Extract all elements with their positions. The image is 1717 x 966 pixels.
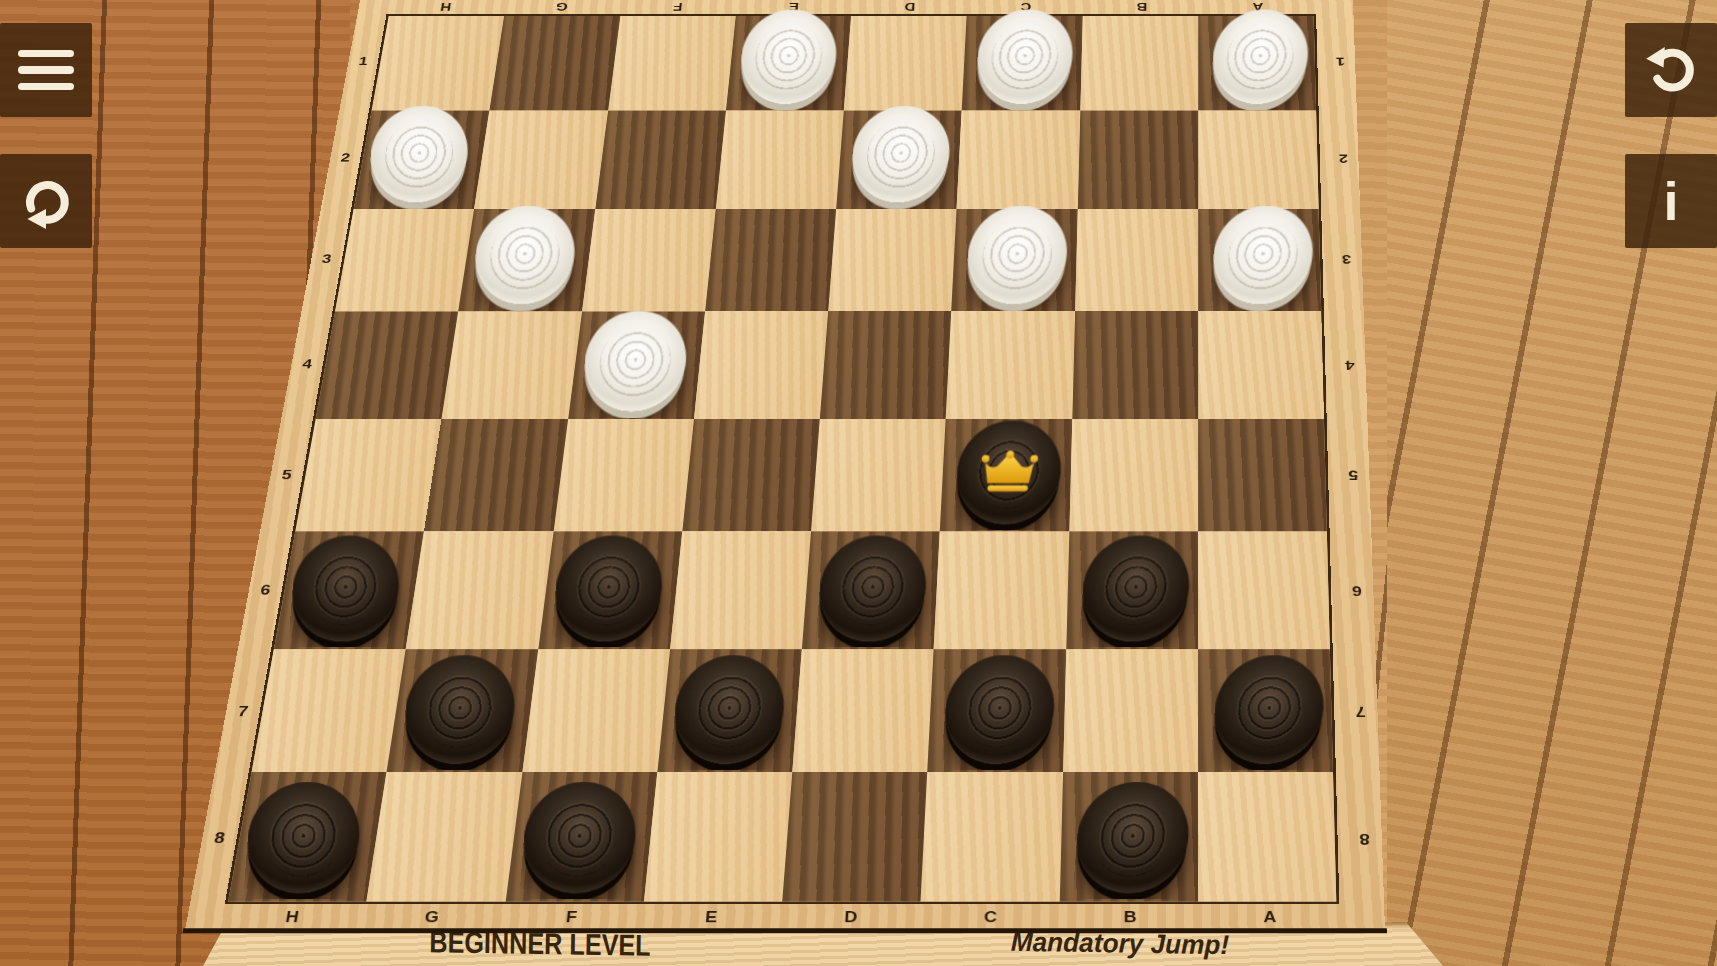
row-label-right-5: 5 (1336, 419, 1372, 532)
square-E8[interactable] (644, 772, 793, 901)
board-grid (225, 14, 1340, 904)
restart-button[interactable] (0, 154, 92, 248)
square-D6[interactable] (802, 531, 940, 649)
square-C7[interactable] (927, 649, 1065, 772)
square-H2[interactable] (354, 110, 490, 208)
square-F7[interactable] (522, 649, 670, 772)
square-A5[interactable] (1198, 419, 1327, 531)
col-label-bottom-B: B (1060, 904, 1200, 930)
menu-button[interactable] (0, 23, 92, 117)
square-A3[interactable] (1198, 209, 1321, 312)
square-F1[interactable] (608, 16, 736, 110)
square-B3[interactable] (1075, 209, 1198, 312)
white-checker[interactable] (471, 206, 578, 305)
square-C2[interactable] (957, 110, 1080, 208)
square-E4[interactable] (694, 312, 828, 419)
black-checker[interactable] (552, 535, 666, 641)
white-checker[interactable] (1210, 206, 1317, 305)
checkers-board: HGFEDCBA HGFEDCBA 12345678 12345678 (185, 0, 1385, 930)
column-labels-top: HGFEDCBA (387, 0, 1317, 14)
square-G5[interactable] (424, 419, 567, 531)
undo-button[interactable] (1625, 23, 1717, 117)
black-king-checker[interactable] (953, 420, 1065, 524)
checkers-app-screen: BEGINNER LEVEL Mandatory Jump! HGFEDCBA … (0, 0, 1717, 966)
square-H6[interactable] (274, 531, 424, 649)
square-F2[interactable] (595, 110, 726, 208)
row-label-right-1: 1 (1324, 14, 1356, 109)
square-C4[interactable] (946, 312, 1075, 419)
square-H3[interactable] (335, 209, 474, 312)
square-C3[interactable] (951, 209, 1077, 312)
col-label-top-B: B (1084, 0, 1200, 14)
black-checker[interactable] (671, 655, 788, 764)
row-label-right-4: 4 (1333, 311, 1368, 419)
black-checker[interactable] (941, 655, 1058, 764)
info-icon: i (1663, 170, 1678, 232)
col-label-bottom-D: D (780, 904, 921, 930)
square-E6[interactable] (670, 531, 811, 649)
square-A1[interactable] (1198, 16, 1316, 110)
square-C8[interactable] (921, 772, 1063, 901)
square-G3[interactable] (458, 209, 595, 312)
col-label-top-F: F (619, 0, 737, 14)
row-label-right-3: 3 (1330, 208, 1364, 311)
row-label-right-7: 7 (1342, 650, 1379, 774)
row-label-right-8: 8 (1346, 774, 1384, 904)
black-checker[interactable] (1079, 535, 1193, 641)
col-label-top-A: A (1200, 0, 1316, 14)
black-checker[interactable] (520, 782, 640, 893)
white-checker[interactable] (848, 105, 952, 202)
black-checker[interactable] (288, 535, 402, 641)
column-labels-bottom: HGFEDCBA (220, 904, 1340, 930)
square-B2[interactable] (1077, 110, 1198, 208)
square-G8[interactable] (367, 772, 522, 901)
white-checker[interactable] (974, 9, 1076, 104)
square-H8[interactable] (228, 772, 387, 901)
crown-icon (977, 448, 1040, 494)
square-E3[interactable] (705, 209, 836, 312)
black-checker[interactable] (243, 782, 363, 893)
square-B1[interactable] (1080, 16, 1198, 110)
square-H4[interactable] (316, 312, 459, 419)
square-D5[interactable] (811, 419, 946, 531)
white-checker[interactable] (367, 105, 471, 202)
white-checker[interactable] (738, 9, 840, 104)
square-D4[interactable] (820, 312, 952, 419)
col-label-top-G: G (503, 0, 621, 14)
square-F6[interactable] (538, 531, 682, 649)
col-label-bottom-C: C (920, 904, 1061, 930)
black-checker[interactable] (815, 535, 929, 641)
square-G7[interactable] (387, 649, 538, 772)
square-A7[interactable] (1198, 649, 1333, 772)
square-C6[interactable] (934, 531, 1069, 649)
col-label-top-C: C (968, 0, 1085, 14)
undo-arrow-icon (1640, 39, 1702, 101)
square-A4[interactable] (1198, 312, 1324, 419)
board-perspective: HGFEDCBA HGFEDCBA 12345678 12345678 (185, 0, 1485, 930)
white-checker[interactable] (1210, 9, 1312, 104)
square-B5[interactable] (1069, 419, 1198, 531)
square-H1[interactable] (372, 16, 505, 110)
row-label-right-6: 6 (1339, 532, 1375, 650)
square-B8[interactable] (1059, 772, 1198, 901)
square-A8[interactable] (1198, 772, 1337, 901)
square-G1[interactable] (490, 16, 620, 110)
square-B7[interactable] (1063, 649, 1198, 772)
black-checker[interactable] (1073, 782, 1193, 893)
col-label-top-H: H (387, 0, 506, 14)
square-F3[interactable] (582, 209, 716, 312)
col-label-bottom-F: F (500, 904, 643, 930)
col-label-top-D: D (851, 0, 968, 14)
col-label-top-E: E (735, 0, 852, 14)
square-A6[interactable] (1198, 531, 1330, 649)
white-checker[interactable] (964, 206, 1071, 305)
square-G2[interactable] (474, 110, 607, 208)
square-F8[interactable] (505, 772, 657, 901)
square-A2[interactable] (1198, 110, 1319, 208)
board-scene: HGFEDCBA HGFEDCBA 12345678 12345678 (185, 0, 1485, 930)
square-E5[interactable] (682, 419, 820, 531)
square-G6[interactable] (406, 531, 553, 649)
square-B4[interactable] (1072, 312, 1198, 419)
square-D1[interactable] (844, 16, 967, 110)
square-H5[interactable] (295, 419, 441, 531)
col-label-bottom-H: H (220, 904, 364, 930)
white-checker[interactable] (581, 311, 690, 412)
square-H7[interactable] (252, 649, 406, 772)
col-label-bottom-E: E (640, 904, 782, 930)
square-G4[interactable] (442, 312, 582, 419)
square-E7[interactable] (657, 649, 802, 772)
square-B6[interactable] (1066, 531, 1198, 649)
col-label-bottom-A: A (1200, 904, 1340, 930)
square-F4[interactable] (568, 312, 705, 419)
square-C1[interactable] (962, 16, 1083, 110)
info-button[interactable]: i (1625, 154, 1717, 248)
square-D2[interactable] (836, 110, 962, 208)
black-checker[interactable] (401, 655, 518, 764)
square-E1[interactable] (726, 16, 851, 110)
square-C5[interactable] (940, 419, 1072, 531)
square-E2[interactable] (716, 110, 844, 208)
col-label-bottom-G: G (360, 904, 503, 930)
row-label-right-2: 2 (1327, 109, 1360, 208)
black-checker[interactable] (1211, 655, 1328, 764)
hamburger-menu-icon (18, 50, 74, 91)
square-F5[interactable] (553, 419, 694, 531)
square-D7[interactable] (792, 649, 934, 772)
square-D3[interactable] (828, 209, 957, 312)
square-D8[interactable] (782, 772, 927, 901)
restart-circular-arrow-icon (15, 170, 77, 232)
